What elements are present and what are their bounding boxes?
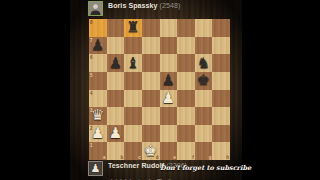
square-f5[interactable] [177,72,195,90]
square-h7[interactable] [212,37,230,55]
square-b5[interactable] [107,72,125,90]
square-g3[interactable] [195,107,213,125]
square-e8[interactable] [160,19,178,37]
file-label-h: h [226,155,229,160]
bottom-player-name: Teschner Rudolf [108,162,164,169]
file-label-f: f [192,155,194,160]
square-d4[interactable] [142,90,160,108]
square-a6[interactable]: 6 [89,54,107,72]
white-pawn: ♟ [162,90,175,107]
square-g6[interactable]: ♞ [195,54,213,72]
spassky-photo-icon [89,2,102,15]
square-a5[interactable]: 5 [89,72,107,90]
black-pawn: ♟ [109,55,122,72]
top-player-name-line: Boris Spassky(2548) [108,2,180,9]
file-label-c: c [138,155,141,160]
rank-label-1: 1 [90,143,93,148]
black-knight: ♞ [197,55,210,72]
square-g7[interactable] [195,37,213,55]
square-h4[interactable] [212,90,230,108]
square-c8[interactable]: ♜ [124,19,142,37]
square-b3[interactable] [107,107,125,125]
black-rook: ♜ [126,19,139,36]
square-b6[interactable]: ♟ [107,54,125,72]
square-d7[interactable] [142,37,160,55]
square-h5[interactable] [212,72,230,90]
square-f1[interactable]: f [177,142,195,160]
square-b8[interactable] [107,19,125,37]
square-g5[interactable]: ♚ [195,72,213,90]
square-a2[interactable]: 2♟ [89,125,107,143]
captured-rooks: ♜ [156,178,161,180]
square-g4[interactable] [195,90,213,108]
square-c3[interactable] [124,107,142,125]
square-h1[interactable]: h [212,142,230,160]
square-h2[interactable] [212,125,230,143]
square-e5[interactable]: ♟ [160,72,178,90]
square-f8[interactable] [177,19,195,37]
square-d6[interactable] [142,54,160,72]
square-e6[interactable] [160,54,178,72]
captured-pawns: ♟♟♟♟♟ [108,178,131,180]
square-b2[interactable]: ♟ [107,125,125,143]
white-pawn-avatar-icon: ♟ [91,162,101,175]
square-d5[interactable] [142,72,160,90]
square-g8[interactable] [195,19,213,37]
rank-label-8: 8 [90,20,93,25]
captured-knights: ♞ [136,178,141,180]
file-label-g: g [209,155,212,160]
square-g2[interactable] [195,125,213,143]
file-label-e: e [174,155,177,160]
square-c6[interactable]: ♝ [124,54,142,72]
square-d3[interactable] [142,107,160,125]
square-e1[interactable]: e [160,142,178,160]
square-a4[interactable]: 4 [89,90,107,108]
square-c2[interactable] [124,125,142,143]
square-d1[interactable]: d♚ [142,142,160,160]
top-player-bar: Boris Spassky(2548) ♟♟♟♟♟♞♞♝♝♜♜+2 [88,1,242,18]
rank-label-7: 7 [90,38,93,43]
square-f3[interactable] [177,107,195,125]
rank-label-3: 3 [90,108,93,113]
chess-board[interactable]: 8♜7♟6♟♝♞5♟♚4♟3♛2♟♟1abcd♚efgh [89,19,230,160]
square-c5[interactable] [124,72,142,90]
square-a3[interactable]: 3♛ [89,107,107,125]
square-a1[interactable]: 1a [89,142,107,160]
rank-label-4: 4 [90,91,93,96]
rank-label-2: 2 [90,126,93,131]
file-label-b: b [121,155,124,160]
black-pawn: ♟ [91,37,104,54]
white-pawn: ♟ [91,125,104,142]
file-label-d: d [156,155,159,160]
white-pawn: ♟ [109,125,122,142]
square-f2[interactable] [177,125,195,143]
square-f6[interactable] [177,54,195,72]
top-player-name: Boris Spassky [108,2,158,9]
white-queen: ♛ [91,107,104,124]
bottom-player-avatar: ♟ [88,161,103,176]
square-h3[interactable] [212,107,230,125]
black-bishop: ♝ [126,55,139,72]
rank-label-6: 6 [90,55,93,60]
square-e4[interactable]: ♟ [160,90,178,108]
black-pawn: ♟ [162,72,175,89]
square-e3[interactable] [160,107,178,125]
captured-bishops: ♝ [146,178,151,180]
square-c7[interactable] [124,37,142,55]
square-b4[interactable] [107,90,125,108]
rank-label-5: 5 [90,73,93,78]
square-e2[interactable] [160,125,178,143]
square-d8[interactable] [142,19,160,37]
square-b1[interactable]: b [107,142,125,160]
square-c1[interactable]: c [124,142,142,160]
square-a8[interactable]: 8 [89,19,107,37]
square-d2[interactable] [142,125,160,143]
subscribe-text: Don't forget to subscribe [160,164,238,172]
square-b7[interactable] [107,37,125,55]
captured-queens: ♛ [165,178,170,180]
square-f4[interactable] [177,90,195,108]
square-f7[interactable] [177,37,195,55]
square-a7[interactable]: 7♟ [89,37,107,55]
square-h8[interactable] [212,19,230,37]
square-g1[interactable]: g [195,142,213,160]
top-player-avatar [88,1,103,16]
square-h6[interactable] [212,54,230,72]
square-e7[interactable] [160,37,178,55]
file-label-a: a [103,155,106,160]
square-c4[interactable] [124,90,142,108]
black-king: ♚ [197,72,210,89]
top-player-rating: (2548) [160,2,181,9]
